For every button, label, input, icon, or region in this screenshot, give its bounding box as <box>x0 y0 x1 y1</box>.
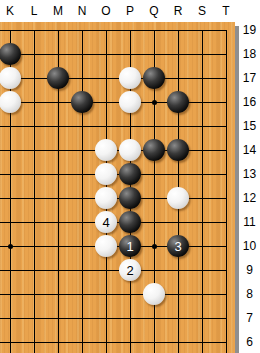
board-point-O6[interactable] <box>94 330 118 353</box>
board-point-T18[interactable] <box>214 42 235 66</box>
board-point-T11[interactable] <box>214 210 235 234</box>
board-point-R9[interactable] <box>166 258 190 282</box>
board-point-Q12[interactable] <box>142 186 166 210</box>
stone-black-P12[interactable] <box>119 187 141 209</box>
board-point-O18[interactable] <box>94 42 118 66</box>
board-point-O19[interactable] <box>94 22 118 42</box>
board-point-N8[interactable] <box>70 282 94 306</box>
board-point-S6[interactable] <box>190 330 214 353</box>
board-point-N7[interactable] <box>70 306 94 330</box>
board-shadow <box>235 26 239 353</box>
board-point-P6[interactable] <box>118 330 142 353</box>
stone-white-K16[interactable] <box>0 91 21 113</box>
board-point-O15[interactable] <box>94 114 118 138</box>
board-point-L15[interactable] <box>22 114 46 138</box>
board-point-Q18[interactable] <box>142 42 166 66</box>
board-point-K7[interactable] <box>0 306 22 330</box>
board-point-M16[interactable] <box>46 90 70 114</box>
board-point-T12[interactable] <box>214 186 235 210</box>
board-point-Q11[interactable] <box>142 210 166 234</box>
board-point-P19[interactable] <box>118 22 142 42</box>
stone-white-O10[interactable] <box>95 235 117 257</box>
board-point-P18[interactable] <box>118 42 142 66</box>
board-point-T6[interactable] <box>214 330 235 353</box>
board-point-L8[interactable] <box>22 282 46 306</box>
row-label-9: 9 <box>240 262 259 278</box>
stone-black-Q14[interactable] <box>143 139 165 161</box>
board-point-K19[interactable] <box>0 22 22 42</box>
board-point-O16[interactable] <box>94 90 118 114</box>
column-label-N: N <box>73 3 91 19</box>
board-point-S9[interactable] <box>190 258 214 282</box>
go-board: 1342 <box>0 22 235 353</box>
board-point-R8[interactable] <box>166 282 190 306</box>
board-point-N11[interactable] <box>70 210 94 234</box>
move-number: 1 <box>126 240 133 253</box>
board-point-T16[interactable] <box>214 90 235 114</box>
stone-white-O13[interactable] <box>95 163 117 185</box>
board-point-N18[interactable] <box>70 42 94 66</box>
board-point-N10[interactable] <box>70 234 94 258</box>
row-label-8: 8 <box>240 286 259 302</box>
stone-white-P14[interactable] <box>119 139 141 161</box>
board-point-M10[interactable] <box>46 234 70 258</box>
board-point-L9[interactable] <box>22 258 46 282</box>
board-point-T17[interactable] <box>214 66 235 90</box>
star-point-Q16 <box>152 100 157 105</box>
board-point-K12[interactable] <box>0 186 22 210</box>
board-point-T7[interactable] <box>214 306 235 330</box>
board-point-M14[interactable] <box>46 138 70 162</box>
board-point-S19[interactable] <box>190 22 214 42</box>
screen: KLMNOPQRST 191817161514131211109876 1342 <box>0 0 260 353</box>
board-point-M7[interactable] <box>46 306 70 330</box>
row-label-11: 11 <box>240 214 259 230</box>
board-point-L14[interactable] <box>22 138 46 162</box>
board-point-Q9[interactable] <box>142 258 166 282</box>
board-point-T10[interactable] <box>214 234 235 258</box>
move-number: 2 <box>126 264 133 277</box>
stone-black-R16[interactable] <box>167 91 189 113</box>
board-point-L16[interactable] <box>22 90 46 114</box>
board-point-R6[interactable] <box>166 330 190 353</box>
stone-white-P16[interactable] <box>119 91 141 113</box>
stone-white-O12[interactable] <box>95 187 117 209</box>
board-point-M15[interactable] <box>46 114 70 138</box>
board-point-Q19[interactable] <box>142 22 166 42</box>
board-point-Q13[interactable] <box>142 162 166 186</box>
row-label-6: 6 <box>240 334 259 350</box>
stone-white-O11[interactable]: 4 <box>95 211 117 233</box>
row-label-16: 16 <box>240 94 259 110</box>
board-point-T19[interactable] <box>214 22 235 42</box>
stone-white-K17[interactable] <box>0 67 21 89</box>
board-point-O9[interactable] <box>94 258 118 282</box>
board-point-R7[interactable] <box>166 306 190 330</box>
board-point-S18[interactable] <box>190 42 214 66</box>
board-point-N19[interactable] <box>70 22 94 42</box>
board-point-P7[interactable] <box>118 306 142 330</box>
board-point-R18[interactable] <box>166 42 190 66</box>
board-point-L10[interactable] <box>22 234 46 258</box>
board-point-S17[interactable] <box>190 66 214 90</box>
board-point-S13[interactable] <box>190 162 214 186</box>
board-point-K11[interactable] <box>0 210 22 234</box>
column-label-S: S <box>193 3 211 19</box>
row-label-10: 10 <box>240 238 259 254</box>
stone-black-N16[interactable] <box>71 91 93 113</box>
board-point-S8[interactable] <box>190 282 214 306</box>
board-point-M8[interactable] <box>46 282 70 306</box>
board-point-O7[interactable] <box>94 306 118 330</box>
board-point-T8[interactable] <box>214 282 235 306</box>
board-point-S15[interactable] <box>190 114 214 138</box>
board-point-R15[interactable] <box>166 114 190 138</box>
board-point-L7[interactable] <box>22 306 46 330</box>
board-point-N15[interactable] <box>70 114 94 138</box>
board-point-L6[interactable] <box>22 330 46 353</box>
stone-white-R12[interactable] <box>167 187 189 209</box>
move-number: 3 <box>174 240 181 253</box>
board-point-S16[interactable] <box>190 90 214 114</box>
stone-black-K18[interactable] <box>0 43 21 65</box>
board-point-M6[interactable] <box>46 330 70 353</box>
board-point-T14[interactable] <box>214 138 235 162</box>
row-label-12: 12 <box>240 190 259 206</box>
column-label-P: P <box>121 3 139 19</box>
board-point-P8[interactable] <box>118 282 142 306</box>
row-label-19: 19 <box>240 22 259 38</box>
board-point-O17[interactable] <box>94 66 118 90</box>
board-point-Q15[interactable] <box>142 114 166 138</box>
stone-black-R14[interactable] <box>167 139 189 161</box>
move-number: 4 <box>102 216 109 229</box>
stone-white-Q8[interactable] <box>143 283 165 305</box>
column-label-Q: Q <box>145 3 163 19</box>
board-point-M18[interactable] <box>46 42 70 66</box>
board-point-K8[interactable] <box>0 282 22 306</box>
board-point-T9[interactable] <box>214 258 235 282</box>
board-point-L19[interactable] <box>22 22 46 42</box>
board-point-Q7[interactable] <box>142 306 166 330</box>
board-point-R19[interactable] <box>166 22 190 42</box>
board-point-N12[interactable] <box>70 186 94 210</box>
stone-black-P10[interactable]: 1 <box>119 235 141 257</box>
board-point-N17[interactable] <box>70 66 94 90</box>
column-label-M: M <box>49 3 67 19</box>
stone-black-Q17[interactable] <box>143 67 165 89</box>
row-label-14: 14 <box>240 142 259 158</box>
column-label-K: K <box>1 3 19 19</box>
board-point-S14[interactable] <box>190 138 214 162</box>
column-label-L: L <box>25 3 43 19</box>
board-point-L17[interactable] <box>22 66 46 90</box>
column-label-T: T <box>217 3 235 19</box>
board-point-O8[interactable] <box>94 282 118 306</box>
stone-white-P17[interactable] <box>119 67 141 89</box>
board-point-T15[interactable] <box>214 114 235 138</box>
board-point-M13[interactable] <box>46 162 70 186</box>
board-point-S10[interactable] <box>190 234 214 258</box>
stone-black-P11[interactable] <box>119 211 141 233</box>
stone-black-M17[interactable] <box>47 67 69 89</box>
board-point-N14[interactable] <box>70 138 94 162</box>
board-point-R13[interactable] <box>166 162 190 186</box>
board-point-R17[interactable] <box>166 66 190 90</box>
board-point-L18[interactable] <box>22 42 46 66</box>
board-point-K15[interactable] <box>0 114 22 138</box>
star-point-K10 <box>8 244 13 249</box>
row-label-13: 13 <box>240 166 259 182</box>
board-point-N6[interactable] <box>70 330 94 353</box>
column-label-R: R <box>169 3 187 19</box>
board-point-M12[interactable] <box>46 186 70 210</box>
board-point-K13[interactable] <box>0 162 22 186</box>
board-point-S12[interactable] <box>190 186 214 210</box>
board-point-K6[interactable] <box>0 330 22 353</box>
board-point-M19[interactable] <box>46 22 70 42</box>
board-point-L11[interactable] <box>22 210 46 234</box>
board-point-M11[interactable] <box>46 210 70 234</box>
stone-white-P9[interactable]: 2 <box>119 259 141 281</box>
row-label-15: 15 <box>240 118 259 134</box>
board-point-K9[interactable] <box>0 258 22 282</box>
row-label-17: 17 <box>240 70 259 86</box>
board-point-R11[interactable] <box>166 210 190 234</box>
board-point-S11[interactable] <box>190 210 214 234</box>
board-point-N13[interactable] <box>70 162 94 186</box>
board-point-Q6[interactable] <box>142 330 166 353</box>
board-point-N9[interactable] <box>70 258 94 282</box>
row-label-18: 18 <box>240 46 259 62</box>
board-point-L13[interactable] <box>22 162 46 186</box>
board-point-M9[interactable] <box>46 258 70 282</box>
star-point-Q10 <box>152 244 157 249</box>
stone-white-O14[interactable] <box>95 139 117 161</box>
board-point-T13[interactable] <box>214 162 235 186</box>
column-label-O: O <box>97 3 115 19</box>
board-point-K14[interactable] <box>0 138 22 162</box>
board-point-S7[interactable] <box>190 306 214 330</box>
stone-black-R10[interactable]: 3 <box>167 235 189 257</box>
stone-black-P13[interactable] <box>119 163 141 185</box>
board-grid <box>0 22 235 353</box>
board-point-P15[interactable] <box>118 114 142 138</box>
row-label-7: 7 <box>240 310 259 326</box>
board-point-L12[interactable] <box>22 186 46 210</box>
